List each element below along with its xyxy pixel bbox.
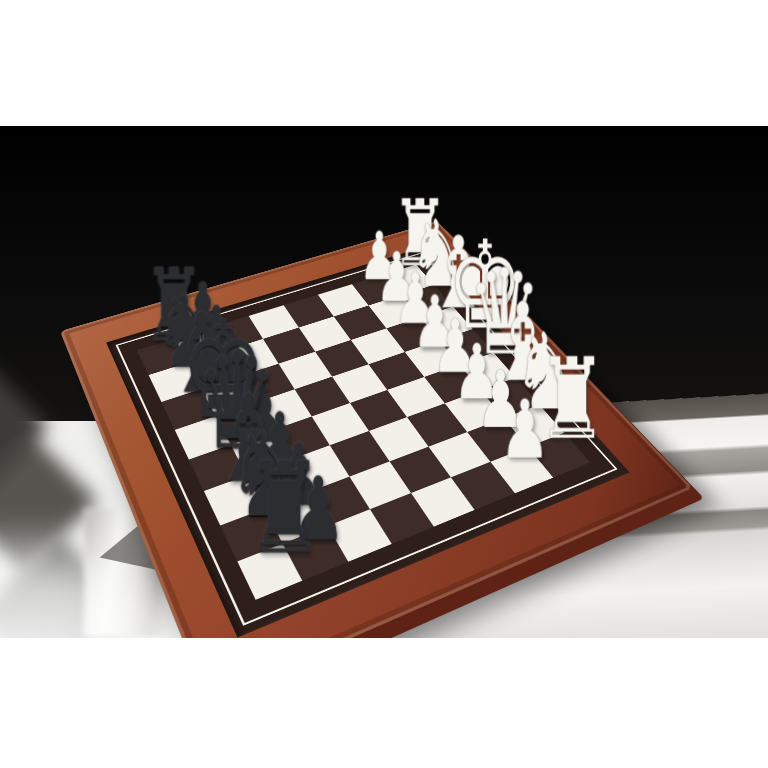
pawn-glyph: ♟ (499, 389, 543, 470)
product-photo-canvas: ♜♟♞♟♝♟♚♟♛♟♝♟♟♞♜♟♟♜♞♟♟♝♟♚♟♛♟♝♟♞♟♜ (0, 0, 768, 768)
piece-black-rook-a8[interactable]: ♜ (245, 446, 293, 571)
piece-white-pawn-a2[interactable]: ♟ (499, 389, 543, 470)
rook-glyph: ♜ (245, 446, 293, 571)
photo-area: ♜♟♞♟♝♟♚♟♛♟♝♟♟♞♜♟♟♜♞♟♟♝♟♚♟♛♟♝♟♞♟♜ (0, 126, 768, 638)
